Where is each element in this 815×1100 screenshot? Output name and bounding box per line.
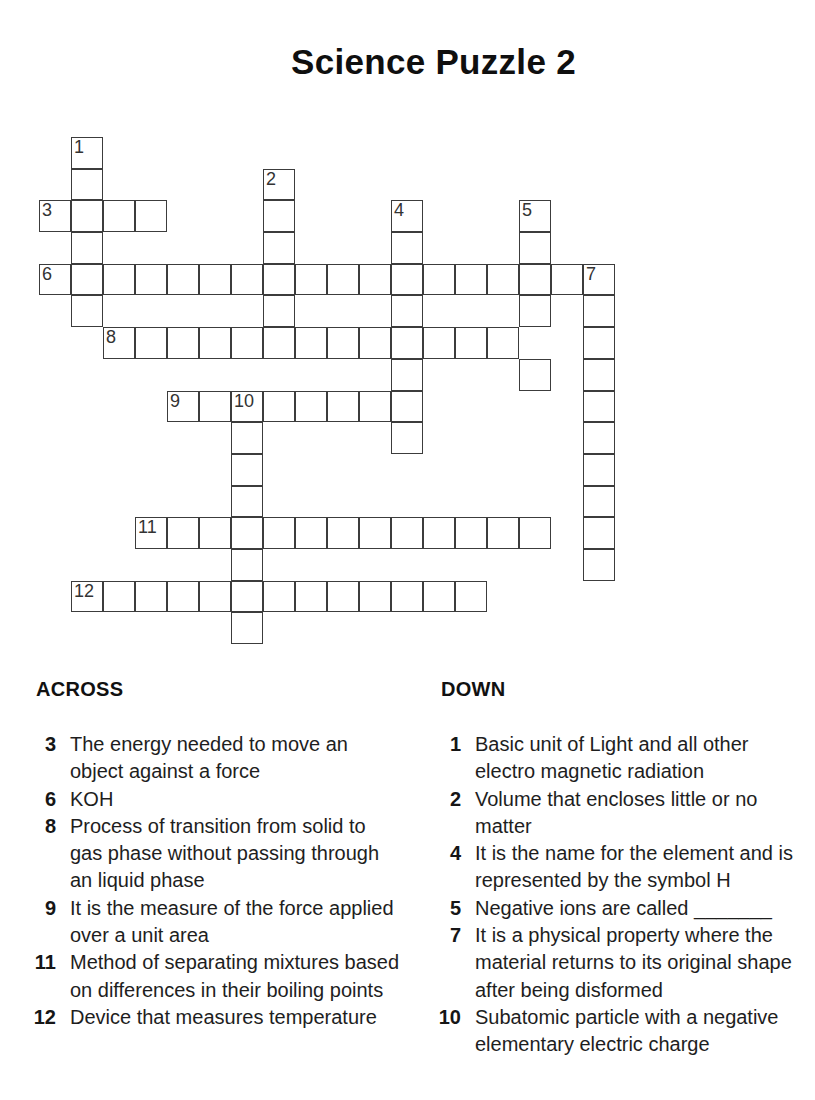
cell-r4-c7[interactable] [263,264,295,296]
clue-text: Method of separating mixtures based on d… [70,949,399,1004]
cell-r6-c2[interactable]: 8 [103,327,135,359]
cell-r2-c7[interactable] [263,200,295,232]
cell-r4-c1[interactable] [71,264,103,296]
cell-r12-c6[interactable] [231,517,263,549]
cell-r12-c11[interactable] [391,517,423,549]
cell-r1-c7[interactable]: 2 [263,169,295,201]
cell-r14-c6[interactable] [231,581,263,613]
cell-r5-c17[interactable] [583,295,615,327]
cell-r12-c12[interactable] [423,517,455,549]
cell-r4-c4[interactable] [167,264,199,296]
clue-text: Negative ions are called _______ [475,895,772,922]
cell-r5-c1[interactable] [71,295,103,327]
cell-r4-c3[interactable] [135,264,167,296]
cell-r14-c12[interactable] [423,581,455,613]
clue-number: 1 [437,731,461,758]
cell-r1-c1[interactable] [71,169,103,201]
cell-r4-c5[interactable] [199,264,231,296]
cell-r14-c5[interactable] [199,581,231,613]
cell-number-5: 5 [522,201,532,220]
clue-text: It is a physical property where the mate… [475,922,792,1004]
cell-r4-c6[interactable] [231,264,263,296]
cell-r7-c17[interactable] [583,359,615,391]
cell-r4-c2[interactable] [103,264,135,296]
cell-r8-c9[interactable] [327,391,359,423]
clue-down-4: 4It is the name for the element and is r… [437,840,815,895]
cell-r2-c11[interactable]: 4 [391,200,423,232]
cell-r13-c17[interactable] [583,549,615,581]
cell-r2-c3[interactable] [135,200,167,232]
clue-text: KOH [70,786,113,813]
cell-r8-c17[interactable] [583,391,615,423]
clue-text: Process of transition from solid to gas … [70,813,379,895]
cell-number-2: 2 [266,170,276,189]
cell-r12-c5[interactable] [199,517,231,549]
cell-r13-c6[interactable] [231,549,263,581]
clue-text: Volume that encloses little or no matter [475,786,757,841]
cell-r4-c17[interactable]: 7 [583,264,615,296]
cell-r5-c7[interactable] [263,295,295,327]
clue-text: The energy needed to move an object agai… [70,731,348,786]
cell-r12-c14[interactable] [487,517,519,549]
clue-text: It is the name for the element and is re… [475,840,793,895]
cell-r6-c17[interactable] [583,327,615,359]
clue-number: 10 [437,1004,461,1031]
cell-r7-c15[interactable] [519,359,551,391]
cell-r14-c9[interactable] [327,581,359,613]
cell-r3-c1[interactable] [71,232,103,264]
clue-number: 4 [437,840,461,867]
clue-text: Subatomic particle with a negative eleme… [475,1004,779,1059]
cell-number-9: 9 [170,392,180,411]
clue-across-11: 11Method of separating mixtures based on… [32,949,432,1004]
cell-r6-c4[interactable] [167,327,199,359]
clue-text: Device that measures temperature [70,1004,377,1031]
cell-number-8: 8 [106,328,116,347]
cell-r6-c3[interactable] [135,327,167,359]
cell-r4-c11[interactable] [391,264,423,296]
cell-number-7: 7 [586,265,596,284]
cell-r4-c16[interactable] [551,264,583,296]
cell-r8-c5[interactable] [199,391,231,423]
cell-r6-c11[interactable] [391,327,423,359]
clue-number: 9 [32,895,56,922]
cell-r4-c8[interactable] [295,264,327,296]
cell-r14-c13[interactable] [455,581,487,613]
cell-r6-c6[interactable] [231,327,263,359]
cell-r8-c8[interactable] [295,391,327,423]
clue-down-10: 10Subatomic particle with a negative ele… [437,1004,815,1059]
cell-r14-c11[interactable] [391,581,423,613]
cell-r9-c11[interactable] [391,422,423,454]
clue-across-9: 9It is the measure of the force applied … [32,895,432,950]
cell-r2-c2[interactable] [103,200,135,232]
across-heading: ACROSS [36,678,432,701]
clue-across-8: 8Process of transition from solid to gas… [32,813,432,895]
cell-r12-c8[interactable] [295,517,327,549]
cell-r2-c15[interactable]: 5 [519,200,551,232]
cell-r10-c17[interactable] [583,454,615,486]
clue-number: 3 [32,731,56,758]
cell-r6-c10[interactable] [359,327,391,359]
clue-number: 6 [32,786,56,813]
cell-r12-c3[interactable]: 11 [135,517,167,549]
clue-number: 5 [437,895,461,922]
cell-r6-c5[interactable] [199,327,231,359]
cell-r4-c10[interactable] [359,264,391,296]
clue-across-3: 3The energy needed to move an object aga… [32,731,432,786]
cell-r4-c14[interactable] [487,264,519,296]
cell-number-11: 11 [138,518,157,537]
cell-r4-c0[interactable]: 6 [39,264,71,296]
cell-number-10: 10 [234,392,254,411]
crossword-grid: 123456789101112 [39,137,615,644]
clue-text: It is the measure of the force applied o… [70,895,394,950]
cell-r12-c15[interactable] [519,517,551,549]
cell-r6-c13[interactable] [455,327,487,359]
cell-r2-c1[interactable] [71,200,103,232]
cell-r12-c9[interactable] [327,517,359,549]
clue-down-1: 1Basic unit of Light and all other elect… [437,731,815,786]
cell-r8-c4[interactable]: 9 [167,391,199,423]
cell-r7-c11[interactable] [391,359,423,391]
down-heading: DOWN [441,678,815,701]
cell-r14-c8[interactable] [295,581,327,613]
clue-across-6: 6KOH [32,786,432,813]
cell-r8-c7[interactable] [263,391,295,423]
cell-r6-c9[interactable] [327,327,359,359]
cell-r14-c1[interactable]: 12 [71,581,103,613]
cell-r10-c6[interactable] [231,454,263,486]
cell-r4-c15[interactable] [519,264,551,296]
cell-r3-c11[interactable] [391,232,423,264]
cell-r14-c2[interactable] [103,581,135,613]
cell-r9-c6[interactable] [231,422,263,454]
cell-number-6: 6 [42,265,52,284]
cell-r2-c0[interactable]: 3 [39,200,71,232]
cell-r15-c6[interactable] [231,612,263,644]
cell-r5-c15[interactable] [519,295,551,327]
cell-r11-c6[interactable] [231,486,263,518]
cell-r11-c17[interactable] [583,486,615,518]
cell-r14-c10[interactable] [359,581,391,613]
cell-r6-c8[interactable] [295,327,327,359]
cell-r8-c11[interactable] [391,391,423,423]
cell-number-4: 4 [394,201,404,220]
cell-r4-c13[interactable] [455,264,487,296]
cell-r14-c4[interactable] [167,581,199,613]
down-list: 1Basic unit of Light and all other elect… [437,731,815,1059]
cell-r5-c11[interactable] [391,295,423,327]
cell-r6-c14[interactable] [487,327,519,359]
cell-number-12: 12 [74,582,94,601]
clue-number: 12 [32,1004,56,1031]
cell-r6-c12[interactable] [423,327,455,359]
clue-number: 11 [32,949,56,976]
clue-down-5: 5Negative ions are called _______ [437,895,815,922]
across-clues: ACROSS 3The energy needed to move an obj… [32,678,432,1031]
cell-r4-c9[interactable] [327,264,359,296]
clue-text: Basic unit of Light and all other electr… [475,731,749,786]
down-clues: DOWN 1Basic unit of Light and all other … [437,678,815,1059]
cell-r3-c15[interactable] [519,232,551,264]
cell-r12-c13[interactable] [455,517,487,549]
cell-r12-c17[interactable] [583,517,615,549]
across-list: 3The energy needed to move an object aga… [32,731,432,1031]
cell-r14-c3[interactable] [135,581,167,613]
clue-number: 8 [32,813,56,840]
cell-r12-c7[interactable] [263,517,295,549]
clue-number: 7 [437,922,461,949]
clue-down-2: 2Volume that encloses little or no matte… [437,786,815,841]
clue-across-12: 12Device that measures temperature [32,1004,432,1031]
cell-r4-c12[interactable] [423,264,455,296]
cell-r6-c7[interactable] [263,327,295,359]
puzzle-title: Science Puzzle 2 [291,44,576,79]
cell-r3-c7[interactable] [263,232,295,264]
cell-r8-c6[interactable]: 10 [231,391,263,423]
cell-r9-c17[interactable] [583,422,615,454]
cell-r8-c10[interactable] [359,391,391,423]
cell-r0-c1[interactable]: 1 [71,137,103,169]
cell-number-3: 3 [42,201,52,220]
cell-r14-c7[interactable] [263,581,295,613]
cell-r12-c10[interactable] [359,517,391,549]
clue-down-7: 7It is a physical property where the mat… [437,922,815,1004]
cell-r12-c4[interactable] [167,517,199,549]
clue-number: 2 [437,786,461,813]
cell-number-1: 1 [74,138,84,157]
